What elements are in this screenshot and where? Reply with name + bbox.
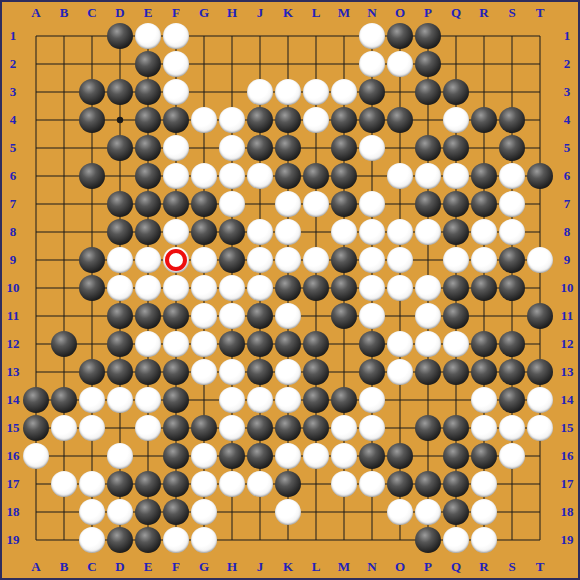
white-stone-G12 [191,331,217,357]
black-stone-F16 [163,443,189,469]
row-label-19: 19 [4,526,22,554]
white-stone-D9 [107,247,133,273]
col-label-O: O [386,4,414,22]
black-stone-E5 [135,135,161,161]
black-stone-P17 [415,471,441,497]
black-stone-M7 [331,191,357,217]
white-stone-H5 [219,135,245,161]
white-stone-P8 [415,219,441,245]
black-stone-N12 [359,331,385,357]
col-label-P: P [414,4,442,22]
white-stone-N15 [359,415,385,441]
black-stone-Q11 [443,303,469,329]
black-stone-M5 [331,135,357,161]
white-stone-T15 [527,415,553,441]
row-label-3: 3 [4,78,22,106]
row-label-13: 13 [558,358,576,386]
col-label-R: R [470,4,498,22]
white-stone-F3 [163,79,189,105]
white-stone-C18 [79,499,105,525]
black-stone-D19 [107,527,133,553]
col-label-N: N [358,558,386,576]
row-label-15: 15 [558,414,576,442]
col-label-F: F [162,4,190,22]
black-stone-L13 [303,359,329,385]
row-label-7: 7 [4,190,22,218]
white-stone-S7 [499,191,525,217]
white-stone-J17 [247,471,273,497]
black-stone-G8 [191,219,217,245]
white-stone-E1 [135,23,161,49]
col-label-T: T [526,558,554,576]
white-stone-T9 [527,247,553,273]
black-stone-P15 [415,415,441,441]
white-stone-D14 [107,387,133,413]
black-stone-T11 [527,303,553,329]
col-label-A: A [22,558,50,576]
col-label-S: S [498,4,526,22]
white-stone-O2 [387,51,413,77]
black-stone-O17 [387,471,413,497]
col-label-D: D [106,4,134,22]
white-stone-C19 [79,527,105,553]
black-stone-F14 [163,387,189,413]
white-stone-F8 [163,219,189,245]
white-stone-D16 [107,443,133,469]
col-label-M: M [330,558,358,576]
black-stone-H12 [219,331,245,357]
black-stone-Q18 [443,499,469,525]
white-stone-M3 [331,79,357,105]
white-stone-O6 [387,163,413,189]
white-stone-G17 [191,471,217,497]
row-label-4: 4 [558,106,576,134]
white-stone-K18 [275,499,301,525]
col-label-B: B [50,558,78,576]
row-label-5: 5 [558,134,576,162]
row-label-3: 3 [558,78,576,106]
black-stone-Q16 [443,443,469,469]
white-stone-C14 [79,387,105,413]
black-stone-P2 [415,51,441,77]
black-stone-Q8 [443,219,469,245]
col-label-B: B [50,4,78,22]
col-label-D: D [106,558,134,576]
black-stone-C3 [79,79,105,105]
black-stone-D11 [107,303,133,329]
col-label-G: G [190,558,218,576]
white-stone-M16 [331,443,357,469]
row-label-14: 14 [558,386,576,414]
white-stone-N7 [359,191,385,217]
black-stone-M9 [331,247,357,273]
black-stone-F7 [163,191,189,217]
white-stone-H17 [219,471,245,497]
white-stone-O12 [387,331,413,357]
black-stone-J12 [247,331,273,357]
row-label-12: 12 [558,330,576,358]
white-stone-L16 [303,443,329,469]
white-stone-C15 [79,415,105,441]
col-label-K: K [274,558,302,576]
black-stone-L14 [303,387,329,413]
black-stone-D1 [107,23,133,49]
black-stone-N3 [359,79,385,105]
black-stone-J13 [247,359,273,385]
white-stone-Q4 [443,107,469,133]
white-stone-H7 [219,191,245,217]
col-label-C: C [78,4,106,22]
row-label-18: 18 [4,498,22,526]
black-stone-Q5 [443,135,469,161]
white-stone-R14 [471,387,497,413]
row-label-8: 8 [558,218,576,246]
white-stone-Q19 [443,527,469,553]
black-stone-T13 [527,359,553,385]
black-stone-L6 [303,163,329,189]
white-stone-O8 [387,219,413,245]
white-stone-S15 [499,415,525,441]
black-stone-K15 [275,415,301,441]
white-stone-S16 [499,443,525,469]
white-stone-F12 [163,331,189,357]
black-stone-E11 [135,303,161,329]
black-stone-E18 [135,499,161,525]
black-stone-J5 [247,135,273,161]
black-stone-R13 [471,359,497,385]
black-stone-D3 [107,79,133,105]
white-stone-G16 [191,443,217,469]
col-label-K: K [274,4,302,22]
col-label-L: L [302,558,330,576]
black-stone-D17 [107,471,133,497]
white-stone-R17 [471,471,497,497]
white-stone-N9 [359,247,385,273]
black-stone-D8 [107,219,133,245]
col-label-J: J [246,558,274,576]
white-stone-Q6 [443,163,469,189]
white-stone-G9 [191,247,217,273]
black-stone-S9 [499,247,525,273]
black-stone-E7 [135,191,161,217]
white-stone-J9 [247,247,273,273]
white-stone-S6 [499,163,525,189]
row-label-16: 16 [558,442,576,470]
black-stone-Q3 [443,79,469,105]
white-stone-P12 [415,331,441,357]
white-stone-K9 [275,247,301,273]
black-stone-R16 [471,443,497,469]
black-stone-J11 [247,303,273,329]
white-stone-E10 [135,275,161,301]
white-stone-E14 [135,387,161,413]
white-stone-G11 [191,303,217,329]
white-stone-H11 [219,303,245,329]
black-stone-D13 [107,359,133,385]
black-stone-C13 [79,359,105,385]
black-stone-P3 [415,79,441,105]
black-stone-L10 [303,275,329,301]
col-label-H: H [218,4,246,22]
row-label-9: 9 [558,246,576,274]
white-stone-P10 [415,275,441,301]
black-stone-D5 [107,135,133,161]
white-stone-O13 [387,359,413,385]
row-labels-right: 12345678910111213141516171819 [558,22,576,554]
white-stone-H4 [219,107,245,133]
white-stone-O10 [387,275,413,301]
black-stone-E8 [135,219,161,245]
col-label-Q: Q [442,558,470,576]
white-stone-C17 [79,471,105,497]
black-stone-Q13 [443,359,469,385]
black-stone-E13 [135,359,161,385]
row-label-12: 12 [4,330,22,358]
white-stone-M17 [331,471,357,497]
black-stone-Q15 [443,415,469,441]
row-label-5: 5 [4,134,22,162]
black-stone-F17 [163,471,189,497]
black-stone-F15 [163,415,189,441]
black-stone-A15 [23,415,49,441]
black-stone-P7 [415,191,441,217]
black-stone-S5 [499,135,525,161]
white-stone-P6 [415,163,441,189]
black-stone-M11 [331,303,357,329]
row-label-10: 10 [4,274,22,302]
white-stone-J3 [247,79,273,105]
white-stone-S8 [499,219,525,245]
col-label-P: P [414,558,442,576]
row-label-9: 9 [4,246,22,274]
black-stone-R6 [471,163,497,189]
row-label-19: 19 [558,526,576,554]
black-stone-K4 [275,107,301,133]
white-stone-N2 [359,51,385,77]
white-stone-F19 [163,527,189,553]
col-label-F: F [162,558,190,576]
black-stone-S14 [499,387,525,413]
black-stone-D7 [107,191,133,217]
column-labels-top: ABCDEFGHJKLMNOPQRST [22,4,554,22]
white-stone-N11 [359,303,385,329]
white-stone-E12 [135,331,161,357]
white-stone-R15 [471,415,497,441]
black-stone-C10 [79,275,105,301]
last-move-marker [165,249,187,271]
black-stone-S12 [499,331,525,357]
black-stone-F18 [163,499,189,525]
black-stone-C6 [79,163,105,189]
white-stone-F1 [163,23,189,49]
black-stone-Q7 [443,191,469,217]
go-board[interactable] [22,22,554,554]
white-stone-H15 [219,415,245,441]
col-label-E: E [134,4,162,22]
white-stone-P11 [415,303,441,329]
row-label-1: 1 [4,22,22,50]
black-stone-F13 [163,359,189,385]
white-stone-G19 [191,527,217,553]
black-stone-M6 [331,163,357,189]
white-stone-D10 [107,275,133,301]
white-stone-F10 [163,275,189,301]
row-label-10: 10 [558,274,576,302]
black-stone-R12 [471,331,497,357]
white-stone-J6 [247,163,273,189]
white-stone-H6 [219,163,245,189]
black-stone-N16 [359,443,385,469]
black-stone-K12 [275,331,301,357]
white-stone-L3 [303,79,329,105]
black-stone-K17 [275,471,301,497]
black-stone-P13 [415,359,441,385]
white-stone-J14 [247,387,273,413]
white-stone-K14 [275,387,301,413]
col-label-A: A [22,4,50,22]
white-stone-R8 [471,219,497,245]
row-label-11: 11 [558,302,576,330]
white-stone-L4 [303,107,329,133]
black-stone-J16 [247,443,273,469]
black-stone-L12 [303,331,329,357]
black-stone-J4 [247,107,273,133]
white-stone-K7 [275,191,301,217]
row-label-8: 8 [4,218,22,246]
row-label-14: 14 [4,386,22,414]
black-stone-P5 [415,135,441,161]
black-stone-N4 [359,107,385,133]
white-stone-L7 [303,191,329,217]
black-stone-T6 [527,163,553,189]
white-stone-O9 [387,247,413,273]
black-stone-P1 [415,23,441,49]
black-stone-S10 [499,275,525,301]
white-stone-L9 [303,247,329,273]
row-label-1: 1 [558,22,576,50]
black-stone-G7 [191,191,217,217]
black-stone-R4 [471,107,497,133]
white-stone-P18 [415,499,441,525]
black-stone-R7 [471,191,497,217]
white-stone-N14 [359,387,385,413]
row-label-6: 6 [4,162,22,190]
white-stone-B15 [51,415,77,441]
col-label-M: M [330,4,358,22]
white-stone-Q9 [443,247,469,273]
black-stone-E19 [135,527,161,553]
white-stone-F2 [163,51,189,77]
col-label-G: G [190,4,218,22]
black-stone-E4 [135,107,161,133]
white-stone-K13 [275,359,301,385]
black-stone-P19 [415,527,441,553]
row-label-15: 15 [4,414,22,442]
white-stone-A16 [23,443,49,469]
row-label-18: 18 [558,498,576,526]
black-stone-O1 [387,23,413,49]
white-stone-G10 [191,275,217,301]
black-stone-N13 [359,359,385,385]
white-stone-H14 [219,387,245,413]
white-stone-M15 [331,415,357,441]
white-stone-F9 [163,247,189,273]
go-board-screenshot: ABCDEFGHJKLMNOPQRST ABCDEFGHJKLMNOPQRST … [0,0,580,580]
white-stone-H10 [219,275,245,301]
white-stone-R18 [471,499,497,525]
col-label-O: O [386,558,414,576]
white-stone-G18 [191,499,217,525]
black-stone-H16 [219,443,245,469]
white-stone-D18 [107,499,133,525]
black-stone-D12 [107,331,133,357]
white-stone-K16 [275,443,301,469]
col-label-C: C [78,558,106,576]
black-stone-C4 [79,107,105,133]
black-stone-R10 [471,275,497,301]
white-stone-T14 [527,387,553,413]
black-stone-H8 [219,219,245,245]
black-stone-F11 [163,303,189,329]
white-stone-R19 [471,527,497,553]
black-stone-E3 [135,79,161,105]
white-stone-N17 [359,471,385,497]
white-stone-F6 [163,163,189,189]
white-stone-E9 [135,247,161,273]
black-stone-J15 [247,415,273,441]
white-stone-E15 [135,415,161,441]
white-stone-K3 [275,79,301,105]
white-stone-J8 [247,219,273,245]
white-stone-H13 [219,359,245,385]
black-stone-Q17 [443,471,469,497]
black-stone-L15 [303,415,329,441]
black-stone-E6 [135,163,161,189]
white-stone-K8 [275,219,301,245]
white-stone-G6 [191,163,217,189]
black-stone-K6 [275,163,301,189]
white-stone-N10 [359,275,385,301]
white-stone-M8 [331,219,357,245]
white-stone-J10 [247,275,273,301]
col-label-R: R [470,558,498,576]
white-stone-G4 [191,107,217,133]
black-stone-S13 [499,359,525,385]
black-stone-M14 [331,387,357,413]
white-stone-N8 [359,219,385,245]
row-labels-left: 12345678910111213141516171819 [4,22,22,554]
col-label-T: T [526,4,554,22]
black-stone-Q10 [443,275,469,301]
white-stone-R9 [471,247,497,273]
black-stone-K10 [275,275,301,301]
white-stone-N5 [359,135,385,161]
row-label-2: 2 [4,50,22,78]
black-stone-G15 [191,415,217,441]
black-stone-F4 [163,107,189,133]
black-stone-B14 [51,387,77,413]
white-stone-Q12 [443,331,469,357]
col-label-H: H [218,558,246,576]
black-stone-S4 [499,107,525,133]
col-label-L: L [302,4,330,22]
column-labels-bottom: ABCDEFGHJKLMNOPQRST [22,558,554,576]
row-label-17: 17 [4,470,22,498]
row-label-16: 16 [4,442,22,470]
black-stone-M10 [331,275,357,301]
row-label-6: 6 [558,162,576,190]
row-label-11: 11 [4,302,22,330]
